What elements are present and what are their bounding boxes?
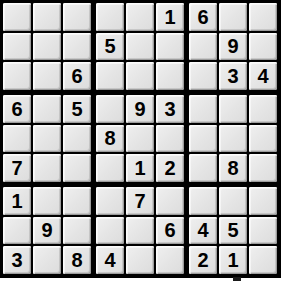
cell-r6c8[interactable]: 8 xyxy=(219,154,247,182)
cell-r2c9[interactable] xyxy=(249,33,277,61)
cell-r4c1[interactable]: 6 xyxy=(3,95,31,123)
cell-r3c4[interactable] xyxy=(96,62,124,90)
cell-r8c5[interactable] xyxy=(126,217,154,245)
cell-r8c7[interactable]: 4 xyxy=(189,217,217,245)
cell-r1c1[interactable] xyxy=(3,3,31,31)
cell-r2c4[interactable]: 5 xyxy=(96,33,124,61)
cell-r7c6[interactable] xyxy=(156,187,184,215)
cell-r5c2[interactable] xyxy=(33,125,61,153)
cell-r9c4[interactable]: 4 xyxy=(96,246,124,274)
cell-r2c7[interactable] xyxy=(189,33,217,61)
cell-r3c1[interactable] xyxy=(3,62,31,90)
cell-r3c9[interactable]: 4 xyxy=(249,62,277,90)
cell-r1c9[interactable] xyxy=(249,3,277,31)
cell-r8c9[interactable] xyxy=(249,217,277,245)
cell-r6c9[interactable] xyxy=(249,154,277,182)
cell-r1c4[interactable] xyxy=(96,3,124,31)
cell-r1c5[interactable] xyxy=(126,3,154,31)
cell-r9c1[interactable]: 3 xyxy=(3,246,31,274)
cell-r9c6[interactable] xyxy=(156,246,184,274)
cell-r8c2[interactable]: 9 xyxy=(33,217,61,245)
cell-r6c2[interactable] xyxy=(33,154,61,182)
cell-r6c3[interactable] xyxy=(63,154,91,182)
cell-r2c5[interactable] xyxy=(126,33,154,61)
cell-r7c1[interactable]: 1 xyxy=(3,187,31,215)
cell-r3c7[interactable] xyxy=(189,62,217,90)
cell-r6c4[interactable] xyxy=(96,154,124,182)
cell-r4c8[interactable] xyxy=(219,95,247,123)
sudoku-board: 615693465793812819387644521 xyxy=(0,0,281,278)
box-2-2: 93812 xyxy=(96,95,184,182)
cell-r9c8[interactable]: 1 xyxy=(219,246,247,274)
box-3-1: 1938 xyxy=(3,187,91,274)
cell-r3c5[interactable] xyxy=(126,62,154,90)
cell-r6c1[interactable]: 7 xyxy=(3,154,31,182)
cell-r1c2[interactable] xyxy=(33,3,61,31)
cell-r7c7[interactable] xyxy=(189,187,217,215)
cell-r3c8[interactable]: 3 xyxy=(219,62,247,90)
cell-r4c4[interactable] xyxy=(96,95,124,123)
cell-r3c2[interactable] xyxy=(33,62,61,90)
cell-r5c7[interactable] xyxy=(189,125,217,153)
box-3-2: 764 xyxy=(96,187,184,274)
cell-r4c6[interactable]: 3 xyxy=(156,95,184,123)
cell-r5c8[interactable] xyxy=(219,125,247,153)
cell-r6c7[interactable] xyxy=(189,154,217,182)
cell-r8c4[interactable] xyxy=(96,217,124,245)
cell-r8c3[interactable] xyxy=(63,217,91,245)
cell-r9c2[interactable] xyxy=(33,246,61,274)
cell-r1c3[interactable] xyxy=(63,3,91,31)
cell-r1c8[interactable] xyxy=(219,3,247,31)
cell-r3c6[interactable] xyxy=(156,62,184,90)
cell-r6c5[interactable]: 1 xyxy=(126,154,154,182)
cell-r2c3[interactable] xyxy=(63,33,91,61)
cell-r3c3[interactable]: 6 xyxy=(63,62,91,90)
cell-r4c5[interactable]: 9 xyxy=(126,95,154,123)
cell-r9c7[interactable]: 2 xyxy=(189,246,217,274)
crop-artifact xyxy=(233,277,241,281)
page: 615693465793812819387644521 xyxy=(0,0,281,281)
cell-r5c6[interactable] xyxy=(156,125,184,153)
box-3-3: 4521 xyxy=(189,187,277,274)
cell-r2c2[interactable] xyxy=(33,33,61,61)
cell-r7c8[interactable] xyxy=(219,187,247,215)
box-2-1: 657 xyxy=(3,95,91,182)
cell-r9c9[interactable] xyxy=(249,246,277,274)
box-1-2: 15 xyxy=(96,3,184,90)
cell-r2c6[interactable] xyxy=(156,33,184,61)
cell-r4c2[interactable] xyxy=(33,95,61,123)
cell-r7c2[interactable] xyxy=(33,187,61,215)
cell-r5c3[interactable] xyxy=(63,125,91,153)
cell-r6c6[interactable]: 2 xyxy=(156,154,184,182)
cell-r7c5[interactable]: 7 xyxy=(126,187,154,215)
cell-r8c8[interactable]: 5 xyxy=(219,217,247,245)
cell-r2c1[interactable] xyxy=(3,33,31,61)
cell-r5c5[interactable] xyxy=(126,125,154,153)
cell-r7c4[interactable] xyxy=(96,187,124,215)
cell-r9c3[interactable]: 8 xyxy=(63,246,91,274)
box-2-3: 8 xyxy=(189,95,277,182)
cell-r5c1[interactable] xyxy=(3,125,31,153)
cell-r5c4[interactable]: 8 xyxy=(96,125,124,153)
cell-r8c6[interactable]: 6 xyxy=(156,217,184,245)
cell-r9c5[interactable] xyxy=(126,246,154,274)
cell-r1c6[interactable]: 1 xyxy=(156,3,184,31)
cell-r7c3[interactable] xyxy=(63,187,91,215)
cell-r4c3[interactable]: 5 xyxy=(63,95,91,123)
cell-r4c9[interactable] xyxy=(249,95,277,123)
cell-r4c7[interactable] xyxy=(189,95,217,123)
cell-r1c7[interactable]: 6 xyxy=(189,3,217,31)
box-1-1: 6 xyxy=(3,3,91,90)
cell-r5c9[interactable] xyxy=(249,125,277,153)
box-1-3: 6934 xyxy=(189,3,277,90)
cell-r8c1[interactable] xyxy=(3,217,31,245)
cell-r2c8[interactable]: 9 xyxy=(219,33,247,61)
cell-r7c9[interactable] xyxy=(249,187,277,215)
